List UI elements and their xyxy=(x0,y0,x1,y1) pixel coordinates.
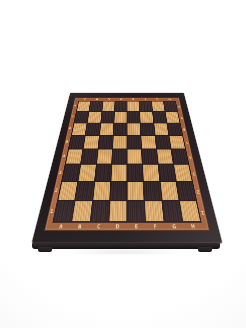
square-b4[interactable] xyxy=(81,150,97,164)
file-labels-top-c: C xyxy=(102,98,114,101)
square-h4[interactable] xyxy=(171,150,188,164)
square-b5[interactable] xyxy=(83,136,98,149)
square-h8[interactable] xyxy=(163,102,176,112)
square-b7[interactable] xyxy=(87,112,100,123)
file-labels-top-a: A xyxy=(78,98,91,101)
chess-board: ABCDEFGH ABCDEFGH 87654321 87654321 xyxy=(32,93,222,243)
square-b2[interactable] xyxy=(75,182,93,200)
square-d3[interactable] xyxy=(111,165,126,181)
square-f4[interactable] xyxy=(142,150,157,164)
square-f6[interactable] xyxy=(140,123,154,135)
square-g3[interactable] xyxy=(158,165,175,181)
square-a2[interactable] xyxy=(58,182,77,200)
square-f1[interactable] xyxy=(144,201,162,221)
square-f7[interactable] xyxy=(140,112,153,123)
square-f2[interactable] xyxy=(143,182,160,200)
square-a5[interactable] xyxy=(69,136,85,149)
square-d2[interactable] xyxy=(110,182,126,200)
square-c1[interactable] xyxy=(90,201,108,221)
file-labels-top: ABCDEFGH xyxy=(78,98,176,101)
square-e7[interactable] xyxy=(127,112,139,123)
square-d7[interactable] xyxy=(114,112,126,123)
square-g7[interactable] xyxy=(152,112,165,123)
square-a7[interactable] xyxy=(74,112,88,123)
file-labels-bottom-d: D xyxy=(107,223,126,231)
file-labels-bottom-e: E xyxy=(127,223,146,231)
file-labels-bottom-h: H xyxy=(182,223,202,231)
square-h7[interactable] xyxy=(165,112,179,123)
square-a1[interactable] xyxy=(53,201,73,221)
square-c2[interactable] xyxy=(93,182,110,200)
square-d8[interactable] xyxy=(114,102,126,112)
square-b8[interactable] xyxy=(89,102,102,112)
square-c4[interactable] xyxy=(96,150,111,164)
file-labels-bottom-b: B xyxy=(69,223,89,231)
square-e3[interactable] xyxy=(127,165,142,181)
square-g8[interactable] xyxy=(151,102,164,112)
board-shadow xyxy=(38,249,210,255)
square-g6[interactable] xyxy=(153,123,167,135)
file-labels-bottom-c: C xyxy=(88,223,108,231)
square-g1[interactable] xyxy=(162,201,181,221)
square-b1[interactable] xyxy=(72,201,91,221)
square-g5[interactable] xyxy=(155,136,170,149)
square-c3[interactable] xyxy=(94,165,110,181)
square-h6[interactable] xyxy=(167,123,182,135)
file-labels-bottom-f: F xyxy=(145,223,165,231)
square-f5[interactable] xyxy=(141,136,155,149)
file-labels-bottom: ABCDEFGH xyxy=(50,223,203,231)
square-a4[interactable] xyxy=(65,150,82,164)
square-c6[interactable] xyxy=(99,123,113,135)
square-d4[interactable] xyxy=(112,150,126,164)
file-labels-top-h: H xyxy=(163,98,176,101)
file-labels-bottom-g: G xyxy=(164,223,184,231)
square-e1[interactable] xyxy=(127,201,144,221)
board-foot-right xyxy=(198,247,212,252)
file-labels-bottom-a: A xyxy=(50,223,70,231)
square-e4[interactable] xyxy=(127,150,141,164)
square-d1[interactable] xyxy=(109,201,126,221)
square-d6[interactable] xyxy=(113,123,126,135)
square-d5[interactable] xyxy=(112,136,126,149)
square-h5[interactable] xyxy=(169,136,185,149)
square-h3[interactable] xyxy=(173,165,191,181)
square-e2[interactable] xyxy=(127,182,143,200)
board-side-edge xyxy=(32,243,220,249)
file-labels-top-d: D xyxy=(114,98,126,101)
square-g2[interactable] xyxy=(160,182,178,200)
square-c5[interactable] xyxy=(98,136,112,149)
square-f3[interactable] xyxy=(142,165,158,181)
square-e5[interactable] xyxy=(127,136,141,149)
square-a3[interactable] xyxy=(62,165,80,181)
square-b6[interactable] xyxy=(85,123,99,135)
square-c7[interactable] xyxy=(101,112,114,123)
square-e8[interactable] xyxy=(127,102,139,112)
photo-background: ABCDEFGH ABCDEFGH 87654321 87654321 xyxy=(0,0,246,328)
square-h2[interactable] xyxy=(176,182,195,200)
square-e6[interactable] xyxy=(127,123,140,135)
board-frame: ABCDEFGH ABCDEFGH 87654321 87654321 xyxy=(32,93,222,243)
square-f8[interactable] xyxy=(139,102,151,112)
board-foot-left xyxy=(38,247,52,252)
square-h1[interactable] xyxy=(179,201,199,221)
square-c8[interactable] xyxy=(102,102,114,112)
square-b3[interactable] xyxy=(78,165,95,181)
file-labels-top-f: F xyxy=(139,98,151,101)
square-g4[interactable] xyxy=(156,150,172,164)
square-a6[interactable] xyxy=(71,123,86,135)
file-labels-top-e: E xyxy=(127,98,139,101)
file-labels-top-g: G xyxy=(151,98,164,101)
file-labels-top-b: B xyxy=(90,98,103,101)
square-a8[interactable] xyxy=(76,102,89,112)
